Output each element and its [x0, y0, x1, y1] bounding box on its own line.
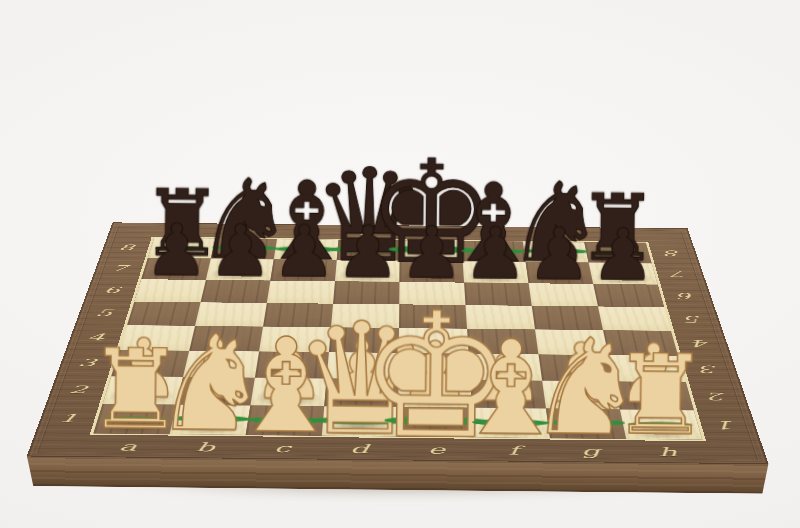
coord-rank-1-left: 1 — [57, 412, 80, 425]
square-h7[interactable]: ♟ — [589, 263, 658, 285]
white-rook-a1[interactable]: ♜ — [86, 334, 186, 445]
coord-rank-5-right: 5 — [684, 314, 704, 325]
black-pawn-a7[interactable]: ♟ — [144, 214, 209, 286]
coord-file-c-bottom: c — [273, 441, 291, 455]
square-b7[interactable]: ♟ — [206, 259, 274, 281]
coord-rank-8-left: 8 — [117, 243, 135, 252]
square-g7[interactable]: ♟ — [526, 262, 594, 284]
square-b6[interactable] — [201, 280, 271, 303]
square-c7[interactable]: ♟ — [270, 259, 336, 281]
square-f1[interactable]: ♝ — [472, 408, 550, 438]
photo-backdrop: ♜♞♝♛♚♝♞♜♟♟♟♟♟♟♟♟♟♟♟♟♟♟♟♟♜♞♝♛♚♝♞♜ aabbccd… — [0, 0, 800, 528]
black-pawn-h7[interactable]: ♟ — [591, 219, 656, 291]
black-pawn-b7[interactable]: ♟ — [208, 215, 273, 287]
chess-board: ♜♞♝♛♚♝♞♜♟♟♟♟♟♟♟♟♟♟♟♟♟♟♟♟♜♞♝♛♚♝♞♜ aabbccd… — [27, 222, 769, 464]
square-a1[interactable]: ♜ — [93, 404, 176, 434]
board-grid: ♜♞♝♛♚♝♞♜♟♟♟♟♟♟♟♟♟♟♟♟♟♟♟♟♜♞♝♛♚♝♞♜ — [90, 237, 706, 441]
coord-rank-8-right: 8 — [664, 249, 682, 258]
square-a7[interactable]: ♟ — [141, 258, 211, 280]
square-h1[interactable]: ♜ — [620, 409, 702, 439]
coord-file-b-bottom: b — [194, 440, 216, 454]
white-rook-h1[interactable]: ♜ — [611, 339, 711, 450]
black-pawn-g7[interactable]: ♟ — [527, 218, 592, 290]
coord-rank-2-right: 2 — [708, 390, 730, 403]
coord-file-e-bottom: e — [427, 443, 445, 457]
coord-file-f-bottom: f — [507, 444, 519, 458]
coord-rank-5-left: 5 — [94, 308, 114, 319]
black-pawn-c7[interactable]: ♟ — [272, 215, 337, 287]
square-a6[interactable] — [134, 279, 205, 302]
scene-tilt-wrapper: ♜♞♝♛♚♝♞♜♟♟♟♟♟♟♟♟♟♟♟♟♟♟♟♟♜♞♝♛♚♝♞♜ aabbccd… — [0, 0, 800, 528]
coord-rank-1-right: 1 — [717, 418, 739, 431]
square-h6[interactable] — [593, 284, 664, 307]
square-c1[interactable]: ♝ — [246, 406, 325, 436]
coord-rank-6-left: 6 — [102, 285, 121, 295]
perspective-camera: ♜♞♝♛♚♝♞♜♟♟♟♟♟♟♟♟♟♟♟♟♟♟♟♟♜♞♝♛♚♝♞♜ aabbccd… — [0, 0, 800, 528]
coord-rank-6-right: 6 — [677, 291, 696, 301]
square-g6[interactable] — [529, 283, 598, 306]
coord-file-g-bottom: g — [580, 444, 601, 458]
coord-file-h-bottom: h — [656, 445, 678, 459]
coord-file-a-bottom: a — [117, 440, 138, 454]
coord-rank-7-right: 7 — [671, 269, 690, 279]
coord-rank-7-left: 7 — [110, 263, 129, 273]
coord-file-d-bottom: d — [349, 442, 369, 456]
